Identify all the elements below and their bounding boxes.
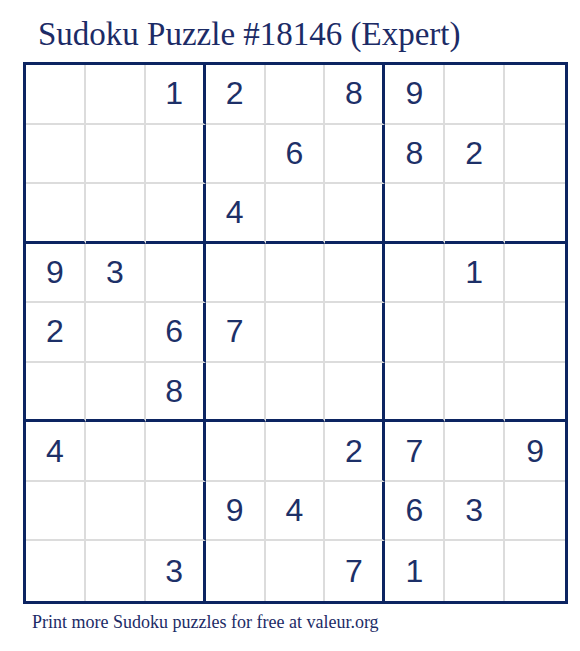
cell-r2c9 [505, 125, 565, 185]
cell-r7c9: 9 [505, 422, 565, 482]
footer-text: Print more Sudoku puzzles for free at va… [32, 612, 379, 633]
cell-r9c9 [505, 541, 565, 601]
cell-r2c3 [146, 125, 206, 185]
cell-r9c7: 1 [385, 541, 445, 601]
cell-r4c7 [385, 244, 445, 304]
cell-r9c5 [266, 541, 326, 601]
sudoku-page: Sudoku Puzzle #18146 (Expert) 1289682493… [0, 0, 580, 651]
cell-r1c6: 8 [325, 65, 385, 125]
cell-r3c8 [445, 184, 505, 244]
cell-r5c4: 7 [206, 303, 266, 363]
sudoku-board: 12896824931267842799463371 [23, 62, 568, 604]
cell-r3c7 [385, 184, 445, 244]
cell-r8c7: 6 [385, 482, 445, 542]
cell-r1c4: 2 [206, 65, 266, 125]
cell-r2c2 [86, 125, 146, 185]
cell-r9c3: 3 [146, 541, 206, 601]
cell-r9c6: 7 [325, 541, 385, 601]
cell-r6c3: 8 [146, 363, 206, 423]
cell-r4c5 [266, 244, 326, 304]
cell-r6c6 [325, 363, 385, 423]
cell-r4c3 [146, 244, 206, 304]
cell-r1c9 [505, 65, 565, 125]
cell-r4c1: 9 [26, 244, 86, 304]
cell-r1c7: 9 [385, 65, 445, 125]
cell-r8c2 [86, 482, 146, 542]
cell-r3c4: 4 [206, 184, 266, 244]
cell-r7c6: 2 [325, 422, 385, 482]
cell-r8c6 [325, 482, 385, 542]
cell-r1c5 [266, 65, 326, 125]
cell-r9c2 [86, 541, 146, 601]
cell-r6c8 [445, 363, 505, 423]
cell-r3c2 [86, 184, 146, 244]
cell-r3c6 [325, 184, 385, 244]
cell-r6c7 [385, 363, 445, 423]
cell-r8c3 [146, 482, 206, 542]
cell-r5c8 [445, 303, 505, 363]
cell-r7c8 [445, 422, 505, 482]
cell-r7c4 [206, 422, 266, 482]
cell-r6c1 [26, 363, 86, 423]
cell-r5c5 [266, 303, 326, 363]
cell-r6c5 [266, 363, 326, 423]
cell-r6c2 [86, 363, 146, 423]
cell-r1c8 [445, 65, 505, 125]
cell-r5c9 [505, 303, 565, 363]
cell-r3c1 [26, 184, 86, 244]
cell-r7c3 [146, 422, 206, 482]
cell-r3c5 [266, 184, 326, 244]
cell-r8c4: 9 [206, 482, 266, 542]
cell-r5c7 [385, 303, 445, 363]
cell-r1c1 [26, 65, 86, 125]
cell-r4c6 [325, 244, 385, 304]
cell-r8c9 [505, 482, 565, 542]
cell-r9c8 [445, 541, 505, 601]
cell-r1c3: 1 [146, 65, 206, 125]
cell-r2c1 [26, 125, 86, 185]
cell-r2c8: 2 [445, 125, 505, 185]
cell-r4c8: 1 [445, 244, 505, 304]
cell-r5c3: 6 [146, 303, 206, 363]
cell-r1c2 [86, 65, 146, 125]
cell-r7c7: 7 [385, 422, 445, 482]
cell-r2c7: 8 [385, 125, 445, 185]
cell-r8c5: 4 [266, 482, 326, 542]
cell-r5c6 [325, 303, 385, 363]
cell-r7c1: 4 [26, 422, 86, 482]
cell-r4c4 [206, 244, 266, 304]
cell-r8c8: 3 [445, 482, 505, 542]
cell-r2c5: 6 [266, 125, 326, 185]
cell-r5c1: 2 [26, 303, 86, 363]
cell-r8c1 [26, 482, 86, 542]
cell-r3c9 [505, 184, 565, 244]
cell-r4c2: 3 [86, 244, 146, 304]
cell-r2c4 [206, 125, 266, 185]
cell-r9c4 [206, 541, 266, 601]
cell-r2c6 [325, 125, 385, 185]
cell-r6c9 [505, 363, 565, 423]
cell-r4c9 [505, 244, 565, 304]
cell-r7c2 [86, 422, 146, 482]
cell-r9c1 [26, 541, 86, 601]
cell-r5c2 [86, 303, 146, 363]
cell-r7c5 [266, 422, 326, 482]
cell-r6c4 [206, 363, 266, 423]
cell-r3c3 [146, 184, 206, 244]
page-title: Sudoku Puzzle #18146 (Expert) [38, 16, 461, 53]
